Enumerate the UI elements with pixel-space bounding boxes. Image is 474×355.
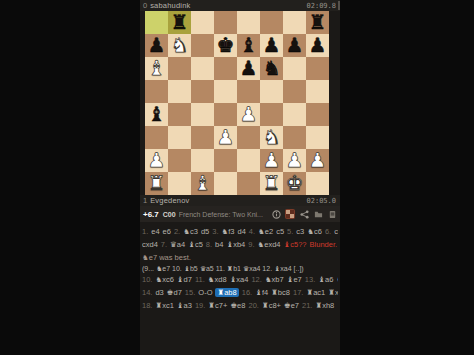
- square-c3[interactable]: [191, 126, 214, 149]
- square-c4[interactable]: [191, 103, 214, 126]
- move[interactable]: ♚e7: [284, 301, 299, 310]
- square-f8[interactable]: [260, 11, 283, 34]
- move[interactable]: ♚d7: [167, 288, 182, 297]
- move[interactable]: d4: [237, 227, 245, 236]
- square-e6[interactable]: ♟: [237, 57, 260, 80]
- square-d1[interactable]: [214, 172, 237, 195]
- move-number: 4.: [249, 227, 255, 236]
- piece-black-N: ♞: [260, 57, 283, 80]
- analysis-toolbar: [271, 209, 337, 219]
- move[interactable]: ♝d7: [177, 275, 192, 284]
- chess-board[interactable]: ♜♜♟♞♚♝♟♟♟♝♟♞♝♟♟♞♟♟♟♟♜♝♜♚: [145, 11, 329, 195]
- move[interactable]: ♞xb7: [265, 275, 284, 284]
- opening-eco-code: C00: [163, 211, 176, 218]
- square-a6[interactable]: ♝: [145, 57, 168, 80]
- move[interactable]: (9... ♞e7 10. ♝b5 ♛a5 11. ♜b1 ♛xa4 12. ♝…: [142, 265, 304, 272]
- move-line: 14.d3♚d715.O-O♜ab816.♝f4♜bc817.♜ac1♜xc1: [142, 287, 338, 300]
- piece-white-K: ♚: [283, 172, 306, 195]
- piece-white-P: ♟: [260, 149, 283, 172]
- square-g2[interactable]: ♟: [283, 149, 306, 172]
- current-move[interactable]: ♜ab8: [215, 288, 238, 297]
- move-line: 18.♜xc1♝a319.♜c7+♚e820.♜c8+♚e721.♜xh8: [142, 300, 338, 313]
- square-e4[interactable]: ♟: [237, 103, 260, 126]
- notes-icon[interactable]: [327, 209, 337, 219]
- square-f1[interactable]: ♜: [260, 172, 283, 195]
- move[interactable]: d3: [155, 288, 163, 297]
- move-number: 1.: [142, 227, 148, 236]
- square-d4[interactable]: [214, 103, 237, 126]
- square-g5[interactable]: [283, 80, 306, 103]
- square-g3[interactable]: [283, 126, 306, 149]
- engine-eval: +6.7: [143, 210, 159, 219]
- move[interactable]: ♚e8: [230, 301, 245, 310]
- share-icon[interactable]: [299, 209, 309, 219]
- move-number: 15.: [185, 288, 195, 297]
- square-g8[interactable]: [283, 11, 306, 34]
- move[interactable]: O-O: [198, 288, 212, 297]
- piece-white-P: ♟: [283, 149, 306, 172]
- square-f5[interactable]: [260, 80, 283, 103]
- move-number: 7.: [161, 240, 167, 249]
- move[interactable]: ♜xh8: [315, 301, 334, 310]
- square-d8[interactable]: [214, 11, 237, 34]
- square-c5[interactable]: [191, 80, 214, 103]
- folder-icon[interactable]: [313, 209, 323, 219]
- move-line: 10.♞xc6♝d711.♞xd8♝xa412.♞xb7♝e713.♝a6♞f6: [142, 274, 338, 287]
- move[interactable]: e6: [163, 227, 171, 236]
- square-e8[interactable]: [237, 11, 260, 34]
- move[interactable]: ♝a3: [177, 301, 192, 310]
- opening-name: French Defense: Two Kni...: [179, 211, 267, 218]
- square-c2[interactable]: [191, 149, 214, 172]
- square-c1[interactable]: ♝: [191, 172, 214, 195]
- piece-white-N: ♞: [168, 34, 191, 57]
- move[interactable]: ♜ac1: [306, 288, 325, 297]
- move[interactable]: ♝c5: [188, 240, 203, 249]
- square-f4[interactable]: [260, 103, 283, 126]
- square-b5[interactable]: [168, 80, 191, 103]
- square-a5[interactable]: [145, 80, 168, 103]
- move[interactable]: c3: [296, 227, 304, 236]
- square-h6[interactable]: [306, 57, 329, 80]
- move[interactable]: ♞c6: [307, 227, 322, 236]
- piece-black-R: ♜: [168, 11, 191, 34]
- move[interactable]: ♝a6: [318, 275, 333, 284]
- square-d5[interactable]: [214, 80, 237, 103]
- square-h8[interactable]: ♜: [306, 11, 329, 34]
- move-list[interactable]: 1.e4e62.♞c3d53.♞f3d44.♞e2c55.c3♞c66.cxd4…: [140, 222, 340, 332]
- square-a3[interactable]: [145, 126, 168, 149]
- move-line: cxd47.♛a4♝c58.b4♝xb49.♞exd4♝c5??Blunder.: [142, 239, 338, 252]
- move[interactable]: ♝xb4: [226, 240, 245, 249]
- move[interactable]: ♞xd8: [208, 275, 227, 284]
- piece-black-B: ♝: [145, 103, 168, 126]
- move[interactable]: ♞f3: [221, 227, 234, 236]
- square-f3[interactable]: ♞: [260, 126, 283, 149]
- chess-app-video-frame: 0 sabahudink 02:09.8 ♜♜♟♞♚♝♟♟♟♝♟♞♝♟♟♞♟♟♟…: [140, 0, 340, 355]
- square-a2[interactable]: ♟: [145, 149, 168, 172]
- piece-white-P: ♟: [237, 103, 260, 126]
- piece-black-P: ♟: [283, 34, 306, 57]
- move[interactable]: ♜c8+: [262, 301, 281, 310]
- square-e1[interactable]: [237, 172, 260, 195]
- analysis-bar: +6.7 C00 French Defense: Two Kni...: [140, 206, 340, 222]
- square-d3[interactable]: ♟: [214, 126, 237, 149]
- square-b3[interactable]: [168, 126, 191, 149]
- square-f7[interactable]: ♟: [260, 34, 283, 57]
- square-a7[interactable]: ♟: [145, 34, 168, 57]
- square-e3[interactable]: [237, 126, 260, 149]
- move[interactable]: d5: [201, 227, 209, 236]
- move[interactable]: c5: [276, 227, 284, 236]
- move-number: 21.: [302, 301, 312, 310]
- blunder-move[interactable]: ♝c5??: [284, 240, 307, 249]
- square-a1[interactable]: ♜: [145, 172, 168, 195]
- square-b1[interactable]: [168, 172, 191, 195]
- move[interactable]: ♞c3: [183, 227, 198, 236]
- move-number: 3.: [212, 227, 218, 236]
- move-number: 20.: [248, 301, 258, 310]
- piece-black-P: ♟: [237, 57, 260, 80]
- square-e7[interactable]: ♝: [237, 34, 260, 57]
- move-number: 13.: [305, 275, 315, 284]
- move-number: 11.: [195, 275, 205, 284]
- square-g7[interactable]: ♟: [283, 34, 306, 57]
- piece-black-B: ♝: [237, 34, 260, 57]
- move-number: 14.: [142, 288, 152, 297]
- bottom-player-clock: 02:05.0: [306, 197, 336, 205]
- square-b7[interactable]: ♞: [168, 34, 191, 57]
- piece-black-P: ♟: [260, 34, 283, 57]
- piece-black-K: ♚: [214, 34, 237, 57]
- square-h3[interactable]: [306, 126, 329, 149]
- square-c7[interactable]: [191, 34, 214, 57]
- move[interactable]: ♞exd4: [258, 240, 281, 249]
- square-d2[interactable]: [214, 149, 237, 172]
- move[interactable]: ♛a4: [170, 240, 185, 249]
- piece-white-N: ♞: [260, 126, 283, 149]
- square-g1[interactable]: ♚: [283, 172, 306, 195]
- top-player-name: sabahudink: [150, 1, 306, 10]
- bottom-player-result: 1: [143, 196, 147, 205]
- square-b6[interactable]: [168, 57, 191, 80]
- move[interactable]: b4: [215, 240, 223, 249]
- top-player-clock: 02:09.8: [306, 2, 336, 10]
- square-d6[interactable]: [214, 57, 237, 80]
- move-number: 5.: [287, 227, 293, 236]
- youtube-letterboxed-frame: 0 sabahudink 02:09.8 ♜♜♟♞♚♝♟♟♟♝♟♞♝♟♟♞♟♟♟…: [0, 0, 474, 355]
- move[interactable]: ♝e7: [287, 275, 302, 284]
- piece-white-R: ♜: [260, 172, 283, 195]
- move[interactable]: ♜c7+: [208, 301, 227, 310]
- move-number: 8.: [206, 240, 212, 249]
- square-f6[interactable]: ♞: [260, 57, 283, 80]
- move-number: 10.: [142, 275, 152, 284]
- square-b2[interactable]: [168, 149, 191, 172]
- square-h7[interactable]: ♟: [306, 34, 329, 57]
- piece-white-P: ♟: [145, 149, 168, 172]
- info-icon[interactable]: [271, 209, 281, 219]
- square-h5[interactable]: [306, 80, 329, 103]
- square-c8[interactable]: [191, 11, 214, 34]
- move-number: 19.: [195, 301, 205, 310]
- move[interactable]: ♝f4: [255, 288, 268, 297]
- move[interactable]: ♞e2: [258, 227, 273, 236]
- bottom-player-bar: 1 Evgedenov 02:05.0: [140, 195, 340, 206]
- piece-black-P: ♟: [145, 34, 168, 57]
- move-line: ♞e7 was best.: [142, 252, 338, 265]
- move-number: 9.: [248, 240, 254, 249]
- move-number: 17.: [293, 288, 303, 297]
- square-h2[interactable]: ♟: [306, 149, 329, 172]
- move[interactable]: ♝xa4: [230, 275, 249, 284]
- move-number: 18.: [142, 301, 152, 310]
- piece-white-P: ♟: [214, 126, 237, 149]
- square-c6[interactable]: [191, 57, 214, 80]
- square-f2[interactable]: ♟: [260, 149, 283, 172]
- piece-white-P: ♟: [306, 149, 329, 172]
- move-number: 12.: [251, 275, 261, 284]
- square-e5[interactable]: [237, 80, 260, 103]
- move-number: 6.: [325, 227, 331, 236]
- square-d7[interactable]: ♚: [214, 34, 237, 57]
- move[interactable]: ♞xc6: [155, 275, 173, 284]
- piece-white-B: ♝: [145, 57, 168, 80]
- square-e2[interactable]: [237, 149, 260, 172]
- board-icon[interactable]: [285, 209, 295, 219]
- piece-black-P: ♟: [306, 34, 329, 57]
- move-number: 2.: [174, 227, 180, 236]
- move[interactable]: ♜bc8: [271, 288, 290, 297]
- move[interactable]: cxd4: [142, 240, 158, 249]
- move[interactable]: e4: [151, 227, 159, 236]
- piece-white-R: ♜: [145, 172, 168, 195]
- move-number: 16.: [242, 288, 252, 297]
- square-h1[interactable]: [306, 172, 329, 195]
- square-a4[interactable]: ♝: [145, 103, 168, 126]
- engine-comment: ♞e7 was best.: [142, 253, 191, 262]
- scroll-indicator: [338, 1, 340, 10]
- piece-black-R: ♜: [306, 11, 329, 34]
- square-b4[interactable]: [168, 103, 191, 126]
- bottom-player-name: Evgedenov: [150, 196, 306, 205]
- blunder-move[interactable]: Blunder.: [310, 240, 338, 249]
- piece-white-B: ♝: [191, 172, 214, 195]
- square-g6[interactable]: [283, 57, 306, 80]
- square-g4[interactable]: [283, 103, 306, 126]
- move-line: 1.e4e62.♞c3d53.♞f3d44.♞e2c55.c3♞c66.cxd4: [142, 226, 338, 239]
- move[interactable]: cxd4: [334, 227, 338, 236]
- square-a8[interactable]: [145, 11, 168, 34]
- move[interactable]: ♜xc1: [328, 288, 338, 297]
- square-b8[interactable]: ♜: [168, 11, 191, 34]
- top-player-result: 0: [143, 1, 147, 10]
- square-h4[interactable]: [306, 103, 329, 126]
- variation-line: (9... ♞e7 10. ♝b5 ♛a5 11. ♜b1 ♛xa4 12. ♝…: [142, 264, 338, 274]
- move[interactable]: ♞f6: [336, 275, 338, 284]
- move[interactable]: ♜xc1: [155, 301, 173, 310]
